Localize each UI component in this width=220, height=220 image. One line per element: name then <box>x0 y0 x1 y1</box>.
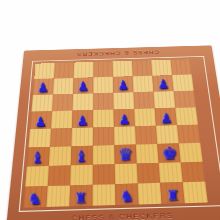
board-brand-top: CHESS & CHECKERS <box>76 50 159 57</box>
square-f3 <box>136 144 159 164</box>
square-b3 <box>49 146 72 166</box>
board-brand-bottom: CHESS & CHECKERS <box>71 212 173 220</box>
square-a3: ♝ <box>27 147 50 167</box>
square-f7 <box>133 76 154 93</box>
blue-pawn-c7: ♟ <box>73 80 93 93</box>
blue-pawn-c5: ♟ <box>72 114 93 128</box>
blue-queen-e3: ♛ <box>114 146 136 163</box>
square-b2 <box>48 165 71 186</box>
square-b4 <box>50 128 72 147</box>
blue-pawn-e7: ♟ <box>113 79 133 92</box>
square-d5 <box>93 109 114 127</box>
board-pinstripe-border: ♟♟♟♟♟♟♟♟♝♝♛♚♞♜♞♜ <box>19 56 220 212</box>
blue-bishop-c3: ♝ <box>70 148 92 164</box>
square-g7: ♟ <box>152 75 173 92</box>
square-g6 <box>153 91 175 108</box>
square-f8 <box>132 60 152 76</box>
square-h3 <box>179 143 203 163</box>
chess-checkers-board: CHESS & CHECKERS ♟♟♟♟♟♟♟♟♝♝♛♚♞♜♞♜ CHESS … <box>6 45 220 220</box>
square-e1: ♞ <box>115 183 138 205</box>
square-h1 <box>183 182 208 204</box>
square-c1: ♜ <box>70 185 93 207</box>
blue-pawn-e5: ♟ <box>114 112 135 126</box>
square-a7: ♟ <box>33 78 54 95</box>
square-b5 <box>51 111 73 129</box>
square-e4 <box>114 126 136 145</box>
square-d2 <box>93 164 115 185</box>
blue-knight-a1: ♞ <box>23 191 46 207</box>
square-h4 <box>177 125 200 144</box>
square-h6 <box>174 91 196 108</box>
square-e6 <box>113 92 134 109</box>
blue-bishop-a3: ♝ <box>27 149 49 165</box>
square-f2 <box>137 163 160 184</box>
square-g2 <box>159 162 183 183</box>
square-a6 <box>32 94 54 111</box>
blue-knight-e1: ♞ <box>115 188 138 204</box>
square-d4 <box>93 127 114 146</box>
square-h7 <box>172 75 194 91</box>
square-d8 <box>93 61 113 77</box>
square-g3: ♚ <box>157 143 180 163</box>
square-a1: ♞ <box>23 186 47 208</box>
square-h8 <box>170 59 191 75</box>
square-d6 <box>93 93 114 110</box>
square-f1 <box>138 183 162 205</box>
square-d7 <box>93 77 113 94</box>
square-b8 <box>54 63 74 79</box>
square-c5: ♟ <box>72 110 93 128</box>
square-a5: ♟ <box>30 111 52 129</box>
square-c6 <box>73 93 94 110</box>
square-a4 <box>28 129 51 148</box>
square-h5 <box>175 107 198 125</box>
board-scene: CHESS & CHECKERS ♟♟♟♟♟♟♟♟♝♝♛♚♞♜♞♜ CHESS … <box>13 21 207 220</box>
blue-rook-g1: ♜ <box>161 188 184 203</box>
square-f6 <box>133 92 154 109</box>
square-c7: ♟ <box>73 77 93 94</box>
square-c8 <box>74 62 94 78</box>
blue-rook-c1: ♜ <box>69 190 92 205</box>
square-a8 <box>34 63 55 79</box>
square-f4 <box>135 126 157 145</box>
square-d1 <box>93 184 116 206</box>
blue-pawn-a5: ♟ <box>30 115 51 129</box>
blue-pawn-a7: ♟ <box>33 81 53 94</box>
square-f5 <box>134 108 156 126</box>
square-e7: ♟ <box>113 76 133 93</box>
square-b6 <box>52 94 73 111</box>
blue-king-g3: ♚ <box>158 145 180 162</box>
square-c4 <box>71 127 93 146</box>
square-g8 <box>151 60 172 76</box>
square-b1 <box>46 185 70 207</box>
square-g5: ♟ <box>155 108 177 126</box>
square-g1: ♜ <box>160 182 185 204</box>
square-e5: ♟ <box>114 109 135 127</box>
square-g4 <box>156 125 179 144</box>
square-e2 <box>115 164 138 185</box>
blue-pawn-g5: ♟ <box>156 111 177 125</box>
square-c2 <box>70 165 93 186</box>
square-c3: ♝ <box>71 146 93 166</box>
square-e3: ♛ <box>114 144 136 164</box>
board-grid: ♟♟♟♟♟♟♟♟♝♝♛♚♞♜♞♜ <box>23 59 207 207</box>
square-b7 <box>53 78 74 95</box>
square-h2 <box>181 162 205 183</box>
square-d3 <box>93 145 115 165</box>
product-photo-stage: CHESS & CHECKERS ♟♟♟♟♟♟♟♟♝♝♛♚♞♜♞♜ CHESS … <box>0 0 220 220</box>
blue-pawn-g7: ♟ <box>153 78 173 91</box>
square-a2 <box>25 166 49 187</box>
square-e8 <box>113 61 133 77</box>
